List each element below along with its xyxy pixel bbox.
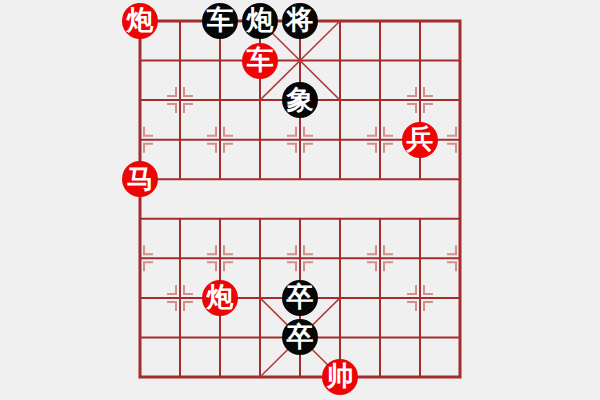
xiangqi-diagram: 炮车炮将车象兵马炮卒卒帅: [0, 0, 600, 400]
piece-red-horse[interactable]: 马: [122, 161, 158, 197]
piece-black-elephant[interactable]: 象: [282, 82, 318, 118]
piece-black-cannon[interactable]: 炮: [242, 3, 278, 39]
piece-red-soldier[interactable]: 兵: [402, 122, 438, 158]
piece-red-king[interactable]: 帅: [322, 359, 358, 395]
piece-red-cannon[interactable]: 炮: [202, 280, 238, 316]
pieces-layer: 炮车炮将车象兵马炮卒卒帅: [120, 1, 480, 397]
piece-black-king[interactable]: 将: [282, 3, 318, 39]
piece-red-cannon[interactable]: 炮: [122, 3, 158, 39]
piece-black-soldier[interactable]: 卒: [282, 280, 318, 316]
piece-red-rook[interactable]: 车: [242, 43, 278, 79]
piece-black-soldier[interactable]: 卒: [282, 319, 318, 355]
piece-black-rook[interactable]: 车: [202, 3, 238, 39]
